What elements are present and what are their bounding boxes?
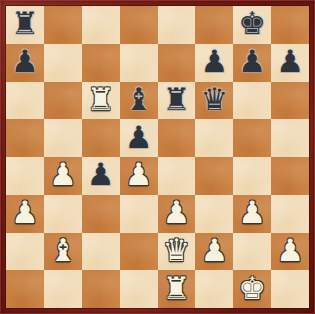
square-b7[interactable] [44, 44, 82, 82]
piece-black-rook-e6[interactable]: ♜ [163, 84, 191, 115]
square-a4[interactable] [6, 157, 44, 195]
square-c2[interactable] [82, 233, 120, 271]
square-c6[interactable]: ♜ [82, 82, 120, 120]
square-c5[interactable] [82, 119, 120, 157]
square-d8[interactable] [120, 6, 158, 44]
piece-white-pawn-e3[interactable]: ♟ [163, 197, 191, 228]
piece-black-queen-f6[interactable]: ♛ [200, 84, 228, 115]
square-g8[interactable]: ♚ [233, 6, 271, 44]
square-g1[interactable]: ♚ [233, 270, 271, 308]
square-b5[interactable] [44, 119, 82, 157]
piece-black-pawn-h7[interactable]: ♟ [276, 46, 304, 77]
piece-white-pawn-h2[interactable]: ♟ [276, 235, 304, 266]
square-e1[interactable]: ♜ [158, 270, 196, 308]
square-d3[interactable] [120, 195, 158, 233]
square-e4[interactable] [158, 157, 196, 195]
square-f4[interactable] [195, 157, 233, 195]
square-a6[interactable] [6, 82, 44, 120]
square-d6[interactable]: ♝ [120, 82, 158, 120]
square-h1[interactable] [271, 270, 309, 308]
piece-black-pawn-g7[interactable]: ♟ [238, 46, 266, 77]
square-g6[interactable] [233, 82, 271, 120]
square-c4[interactable]: ♟ [82, 157, 120, 195]
square-b2[interactable]: ♝ [44, 233, 82, 271]
square-d4[interactable]: ♟ [120, 157, 158, 195]
square-f3[interactable] [195, 195, 233, 233]
square-a1[interactable] [6, 270, 44, 308]
piece-black-pawn-d5[interactable]: ♟ [125, 122, 153, 153]
square-e6[interactable]: ♜ [158, 82, 196, 120]
square-b3[interactable] [44, 195, 82, 233]
piece-black-king-g8[interactable]: ♚ [238, 8, 266, 39]
square-g5[interactable] [233, 119, 271, 157]
square-f6[interactable]: ♛ [195, 82, 233, 120]
square-e7[interactable] [158, 44, 196, 82]
square-e2[interactable]: ♛ [158, 233, 196, 271]
square-b6[interactable] [44, 82, 82, 120]
piece-white-queen-e2[interactable]: ♛ [163, 235, 191, 266]
square-c3[interactable] [82, 195, 120, 233]
square-b8[interactable] [44, 6, 82, 44]
square-h3[interactable] [271, 195, 309, 233]
square-f1[interactable] [195, 270, 233, 308]
piece-black-bishop-d6[interactable]: ♝ [125, 84, 153, 115]
square-a8[interactable]: ♜ [6, 6, 44, 44]
square-f2[interactable]: ♟ [195, 233, 233, 271]
square-a3[interactable]: ♟ [6, 195, 44, 233]
square-d7[interactable] [120, 44, 158, 82]
square-e3[interactable]: ♟ [158, 195, 196, 233]
chess-board: ♜♚♟♟♟♟♜♝♜♛♟♟♟♟♟♟♟♝♛♟♟♜♚ [6, 6, 309, 308]
square-d2[interactable] [120, 233, 158, 271]
piece-white-pawn-b4[interactable]: ♟ [49, 159, 77, 190]
square-h6[interactable] [271, 82, 309, 120]
square-e5[interactable] [158, 119, 196, 157]
square-b4[interactable]: ♟ [44, 157, 82, 195]
piece-white-pawn-a3[interactable]: ♟ [11, 197, 39, 228]
square-h2[interactable]: ♟ [271, 233, 309, 271]
piece-white-king-g1[interactable]: ♚ [238, 273, 266, 304]
square-d1[interactable] [120, 270, 158, 308]
square-f8[interactable] [195, 6, 233, 44]
piece-white-rook-c6[interactable]: ♜ [87, 84, 115, 115]
piece-white-pawn-f2[interactable]: ♟ [200, 235, 228, 266]
square-h4[interactable] [271, 157, 309, 195]
square-c1[interactable] [82, 270, 120, 308]
square-a5[interactable] [6, 119, 44, 157]
square-g4[interactable] [233, 157, 271, 195]
board-frame: ♜♚♟♟♟♟♜♝♜♛♟♟♟♟♟♟♟♝♛♟♟♜♚ [0, 0, 315, 314]
piece-black-pawn-c4[interactable]: ♟ [87, 159, 115, 190]
piece-white-pawn-g3[interactable]: ♟ [238, 197, 266, 228]
square-c7[interactable] [82, 44, 120, 82]
square-d5[interactable]: ♟ [120, 119, 158, 157]
square-b1[interactable] [44, 270, 82, 308]
piece-white-rook-e1[interactable]: ♜ [163, 273, 191, 304]
square-h8[interactable] [271, 6, 309, 44]
square-h5[interactable] [271, 119, 309, 157]
square-h7[interactable]: ♟ [271, 44, 309, 82]
square-e8[interactable] [158, 6, 196, 44]
square-a7[interactable]: ♟ [6, 44, 44, 82]
square-c8[interactable] [82, 6, 120, 44]
square-f5[interactable] [195, 119, 233, 157]
piece-white-bishop-b2[interactable]: ♝ [49, 235, 77, 266]
piece-white-pawn-d4[interactable]: ♟ [125, 159, 153, 190]
piece-black-rook-a8[interactable]: ♜ [11, 8, 39, 39]
square-g7[interactable]: ♟ [233, 44, 271, 82]
square-f7[interactable]: ♟ [195, 44, 233, 82]
square-g3[interactable]: ♟ [233, 195, 271, 233]
piece-black-pawn-a7[interactable]: ♟ [11, 46, 39, 77]
piece-black-pawn-f7[interactable]: ♟ [200, 46, 228, 77]
square-g2[interactable] [233, 233, 271, 271]
square-a2[interactable] [6, 233, 44, 271]
